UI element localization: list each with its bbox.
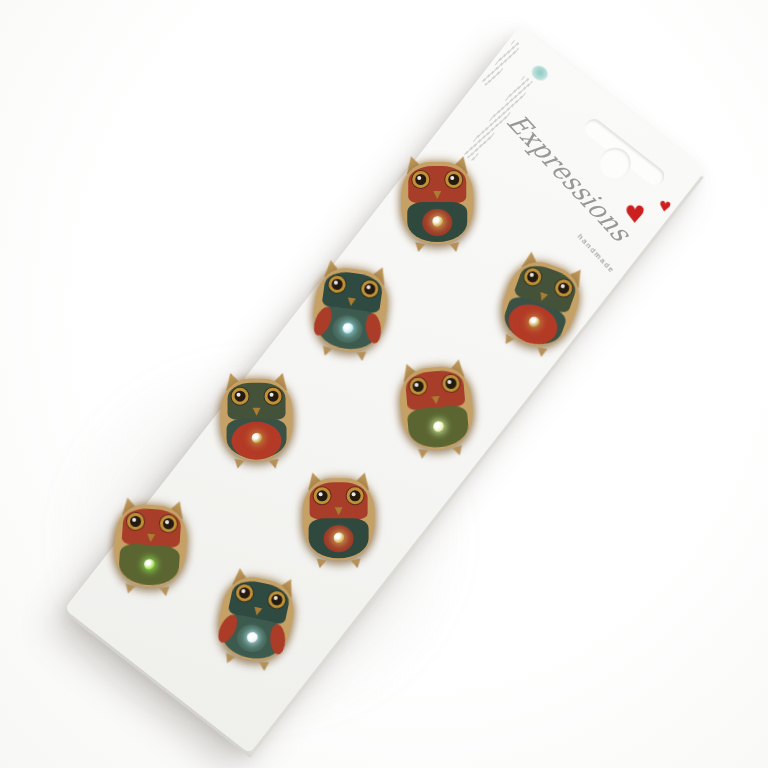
- owl-foot-icon: [320, 346, 332, 358]
- owl-foot-icon: [223, 653, 236, 665]
- owl-sticker-7-red-head-olive-body: [107, 499, 193, 596]
- product-photo: Expressions ♥ ♥ handmade: [0, 0, 768, 768]
- gem-icon: [334, 532, 345, 543]
- owl-foot-icon: [259, 662, 269, 671]
- brand-script-expressions: Expressions: [500, 109, 648, 257]
- fine-print-illegible-top: [481, 39, 521, 87]
- owl-eye-icon: [445, 171, 462, 188]
- owl-eye-icon: [347, 487, 364, 504]
- owl-foot-icon: [417, 449, 428, 459]
- owl-sticker-4-red-head-olive-body: [393, 361, 481, 460]
- owl-foot-icon: [536, 347, 547, 357]
- gem-icon: [252, 433, 263, 444]
- owl-eye-icon: [412, 171, 429, 188]
- owl-foot-icon: [315, 558, 327, 569]
- owl-foot-icon: [357, 352, 368, 362]
- owl-sticker-6-red-head-dark-teal-body: [299, 475, 379, 567]
- owl-foot-icon: [123, 583, 135, 594]
- heart-icon-large: ♥: [624, 202, 646, 227]
- owl-beak-icon: [335, 507, 343, 515]
- owl-sticker-2-teal-head-big-red-belly: [486, 250, 593, 364]
- owl-sticker-5-teal-head-big-red-belly: [217, 376, 297, 468]
- owl-foot-icon: [269, 459, 281, 470]
- owl-beak-icon: [433, 191, 441, 199]
- owl-foot-icon: [413, 242, 425, 253]
- owl-beak-icon: [253, 408, 261, 416]
- owl-foot-icon: [351, 558, 363, 569]
- owl-foot-icon: [452, 445, 464, 457]
- gem-icon: [432, 216, 443, 227]
- owl-eye-icon: [265, 388, 282, 405]
- owl-sticker-3-teal-head-red-wings: [304, 261, 396, 363]
- owl-sticker-8-teal-head-red-wings: [207, 568, 304, 675]
- heart-icon-small: ♥: [657, 198, 672, 214]
- owl-eye-icon: [232, 388, 249, 405]
- owl-beak-icon: [253, 607, 262, 616]
- owl-foot-icon: [160, 587, 171, 597]
- owl-foot-icon: [449, 242, 461, 253]
- owl-beak-icon: [432, 396, 441, 405]
- owl-sticker-1-red-head-dark-teal-body: [397, 159, 477, 251]
- owl-eye-icon: [314, 487, 331, 504]
- owl-beak-icon: [147, 534, 156, 543]
- owl-foot-icon: [233, 459, 245, 470]
- owl-beak-icon: [347, 297, 356, 306]
